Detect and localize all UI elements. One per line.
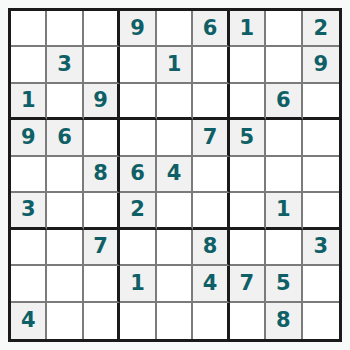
cell-r5c4[interactable]: 6: [120, 157, 156, 193]
cell-r4c6[interactable]: 7: [193, 120, 229, 156]
cell-r5c7[interactable]: [230, 157, 266, 193]
cell-r1c1[interactable]: [11, 11, 47, 47]
cell-r5c8[interactable]: [266, 157, 302, 193]
cell-r2c6[interactable]: [193, 47, 229, 83]
cell-r3c6[interactable]: [193, 84, 229, 120]
cell-r3c2[interactable]: [47, 84, 83, 120]
cell-r1c6[interactable]: 6: [193, 11, 229, 47]
cell-r4c8[interactable]: [266, 120, 302, 156]
cell-r2c8[interactable]: [266, 47, 302, 83]
cell-r7c5[interactable]: [157, 230, 193, 266]
cell-r5c9[interactable]: [303, 157, 339, 193]
cell-r5c3[interactable]: 8: [84, 157, 120, 193]
cell-r2c5[interactable]: 1: [157, 47, 193, 83]
cell-r2c9[interactable]: 9: [303, 47, 339, 83]
cell-r4c5[interactable]: [157, 120, 193, 156]
cell-r1c8[interactable]: [266, 11, 302, 47]
cell-r7c2[interactable]: [47, 230, 83, 266]
cell-r8c3[interactable]: [84, 266, 120, 302]
sudoku-board: 96123191969675864321783147548: [8, 8, 342, 342]
cell-r8c9[interactable]: [303, 266, 339, 302]
cell-r1c7[interactable]: 1: [230, 11, 266, 47]
cell-r7c3[interactable]: 7: [84, 230, 120, 266]
cell-r6c2[interactable]: [47, 193, 83, 229]
cell-r8c8[interactable]: 5: [266, 266, 302, 302]
cell-r7c1[interactable]: [11, 230, 47, 266]
cell-r1c5[interactable]: [157, 11, 193, 47]
cell-r9c7[interactable]: [230, 303, 266, 339]
cell-r1c3[interactable]: [84, 11, 120, 47]
cell-r8c5[interactable]: [157, 266, 193, 302]
cell-r1c9[interactable]: 2: [303, 11, 339, 47]
cell-r9c9[interactable]: [303, 303, 339, 339]
cell-r4c9[interactable]: [303, 120, 339, 156]
cell-r3c4[interactable]: [120, 84, 156, 120]
cell-r8c6[interactable]: 4: [193, 266, 229, 302]
cell-r9c5[interactable]: [157, 303, 193, 339]
cell-r8c2[interactable]: [47, 266, 83, 302]
cell-r3c3[interactable]: 9: [84, 84, 120, 120]
cell-r2c2[interactable]: 3: [47, 47, 83, 83]
cell-r7c6[interactable]: 8: [193, 230, 229, 266]
cell-r5c1[interactable]: [11, 157, 47, 193]
cell-r6c3[interactable]: [84, 193, 120, 229]
cell-r6c5[interactable]: [157, 193, 193, 229]
cell-r9c8[interactable]: 8: [266, 303, 302, 339]
cell-r9c2[interactable]: [47, 303, 83, 339]
cell-r4c3[interactable]: [84, 120, 120, 156]
cell-r6c1[interactable]: 3: [11, 193, 47, 229]
cell-r2c4[interactable]: [120, 47, 156, 83]
cell-r9c3[interactable]: [84, 303, 120, 339]
cell-r1c4[interactable]: 9: [120, 11, 156, 47]
cell-r4c1[interactable]: 9: [11, 120, 47, 156]
cell-r9c4[interactable]: [120, 303, 156, 339]
cell-r2c1[interactable]: [11, 47, 47, 83]
cell-r5c6[interactable]: [193, 157, 229, 193]
cell-r3c8[interactable]: 6: [266, 84, 302, 120]
cell-r4c4[interactable]: [120, 120, 156, 156]
cell-r7c8[interactable]: [266, 230, 302, 266]
cell-r7c7[interactable]: [230, 230, 266, 266]
cell-r2c7[interactable]: [230, 47, 266, 83]
cell-r1c2[interactable]: [47, 11, 83, 47]
cell-r6c8[interactable]: 1: [266, 193, 302, 229]
cell-r3c9[interactable]: [303, 84, 339, 120]
cell-r3c5[interactable]: [157, 84, 193, 120]
cell-r7c4[interactable]: [120, 230, 156, 266]
cell-r5c5[interactable]: 4: [157, 157, 193, 193]
cell-r8c4[interactable]: 1: [120, 266, 156, 302]
cell-r9c6[interactable]: [193, 303, 229, 339]
cell-r2c3[interactable]: [84, 47, 120, 83]
cell-r7c9[interactable]: 3: [303, 230, 339, 266]
cell-r6c9[interactable]: [303, 193, 339, 229]
cell-r4c7[interactable]: 5: [230, 120, 266, 156]
cell-r5c2[interactable]: [47, 157, 83, 193]
cell-r4c2[interactable]: 6: [47, 120, 83, 156]
cell-r8c7[interactable]: 7: [230, 266, 266, 302]
cell-r9c1[interactable]: 4: [11, 303, 47, 339]
cell-r6c7[interactable]: [230, 193, 266, 229]
cell-r6c4[interactable]: 2: [120, 193, 156, 229]
cell-r6c6[interactable]: [193, 193, 229, 229]
cell-r8c1[interactable]: [11, 266, 47, 302]
cell-r3c1[interactable]: 1: [11, 84, 47, 120]
cell-r3c7[interactable]: [230, 84, 266, 120]
